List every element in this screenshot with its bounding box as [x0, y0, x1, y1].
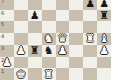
piece-white-rook[interactable]: ♜	[85, 33, 95, 44]
square-c4[interactable]	[28, 33, 42, 45]
rank-label-5: 5	[1, 22, 4, 27]
piece-black-pawn[interactable]: ♟	[85, 0, 95, 9]
square-b4[interactable]	[14, 33, 28, 45]
piece-white-knight[interactable]: ♞	[44, 33, 54, 44]
square-c7[interactable]	[28, 0, 42, 10]
square-g4[interactable]: ♜	[83, 33, 97, 45]
piece-black-knight[interactable]: ♞	[44, 45, 54, 56]
square-b6[interactable]	[14, 10, 28, 22]
piece-black-pawn[interactable]: ♟	[30, 10, 40, 21]
rank-label-1: 1	[1, 69, 4, 74]
square-f5[interactable]	[69, 21, 83, 33]
square-e6[interactable]	[56, 10, 70, 22]
chess-board: ♟♟♟♜♞♛♜♝♟♜♞♟♟♟♚♜	[0, 0, 111, 80]
square-d1[interactable]: ♜	[42, 68, 56, 80]
square-d4[interactable]: ♞	[42, 33, 56, 45]
square-h3[interactable]: ♟	[97, 45, 111, 57]
square-g5[interactable]	[83, 21, 97, 33]
square-f1[interactable]	[69, 68, 83, 80]
square-d6[interactable]	[42, 10, 56, 22]
rank-label-2: 2	[1, 58, 4, 63]
square-h6[interactable]: ♜	[97, 10, 111, 22]
square-d2[interactable]	[42, 57, 56, 69]
square-b7[interactable]	[14, 0, 28, 10]
rank-label-7: 7	[1, 0, 4, 4]
square-g2[interactable]	[83, 57, 97, 69]
piece-black-pawn[interactable]: ♟	[99, 0, 109, 9]
square-f2[interactable]	[69, 57, 83, 69]
square-h2[interactable]	[97, 57, 111, 69]
piece-white-king[interactable]: ♚	[16, 68, 26, 79]
square-e7[interactable]	[56, 0, 70, 10]
piece-white-rook[interactable]: ♜	[44, 68, 54, 79]
piece-white-bishop[interactable]: ♝	[99, 33, 109, 44]
square-b5[interactable]	[14, 21, 28, 33]
square-c2[interactable]	[28, 57, 42, 69]
square-h1[interactable]	[97, 68, 111, 80]
square-b2[interactable]	[14, 57, 28, 69]
square-g1[interactable]	[83, 68, 97, 80]
piece-white-pawn[interactable]: ♟	[99, 45, 109, 56]
square-d7[interactable]	[42, 0, 56, 10]
square-g7[interactable]: ♟	[83, 0, 97, 10]
square-h7[interactable]: ♟	[97, 0, 111, 10]
square-e5[interactable]	[56, 21, 70, 33]
square-b3[interactable]: ♟	[14, 45, 28, 57]
rank-label-6: 6	[1, 11, 4, 16]
rank-label-3: 3	[1, 46, 4, 51]
rank-label-4: 4	[1, 34, 4, 39]
piece-white-queen[interactable]: ♛	[58, 33, 68, 44]
square-c3[interactable]: ♜	[28, 45, 42, 57]
square-d3[interactable]: ♞	[42, 45, 56, 57]
square-h5[interactable]	[97, 21, 111, 33]
chess-app-window: ♟♟♟♜♞♛♜♝♟♜♞♟♟♟♚♜ 7654321	[0, 0, 120, 80]
square-b1[interactable]: ♚	[14, 68, 28, 80]
square-e3[interactable]: ♟	[56, 45, 70, 57]
square-e4[interactable]: ♛	[56, 33, 70, 45]
square-c6[interactable]: ♟	[28, 10, 42, 22]
square-f3[interactable]	[69, 45, 83, 57]
square-g3[interactable]	[83, 45, 97, 57]
piece-black-rook[interactable]: ♜	[99, 10, 109, 21]
square-d5[interactable]	[42, 21, 56, 33]
square-h4[interactable]: ♝	[97, 33, 111, 45]
piece-white-pawn[interactable]: ♟	[58, 45, 68, 56]
square-e2[interactable]	[56, 57, 70, 69]
square-f6[interactable]	[69, 10, 83, 22]
square-g6[interactable]	[83, 10, 97, 22]
square-e1[interactable]	[56, 68, 70, 80]
square-f4[interactable]	[69, 33, 83, 45]
square-f7[interactable]	[69, 0, 83, 10]
piece-white-pawn[interactable]: ♟	[16, 45, 26, 56]
square-c5[interactable]	[28, 21, 42, 33]
piece-black-rook[interactable]: ♜	[30, 45, 40, 56]
square-c1[interactable]	[28, 68, 42, 80]
